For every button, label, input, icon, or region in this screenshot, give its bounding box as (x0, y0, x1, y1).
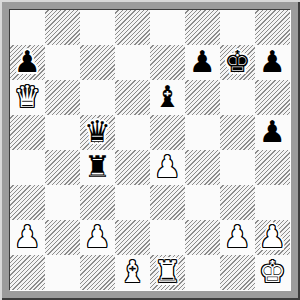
square-a5[interactable] (10, 115, 45, 150)
square-e2[interactable] (150, 220, 185, 255)
black-pawn-piece: ♟ (189, 47, 216, 77)
square-d1[interactable]: ♝ (115, 255, 150, 290)
black-pawn-piece: ♟ (14, 47, 41, 77)
square-h2[interactable]: ♟ (255, 220, 290, 255)
square-a4[interactable] (10, 150, 45, 185)
square-b8[interactable] (45, 10, 80, 45)
square-c4[interactable]: ♜ (80, 150, 115, 185)
square-g2[interactable]: ♟ (220, 220, 255, 255)
square-d7[interactable] (115, 45, 150, 80)
square-g6[interactable] (220, 80, 255, 115)
square-b6[interactable] (45, 80, 80, 115)
square-e4[interactable]: ♟ (150, 150, 185, 185)
chess-diagram: ♟♟♚♟♛♝♛♟♜♟♟♟♟♟♝♜♚ (0, 0, 300, 300)
white-bishop-piece: ♝ (119, 257, 146, 287)
square-d6[interactable] (115, 80, 150, 115)
square-f7[interactable]: ♟ (185, 45, 220, 80)
square-g4[interactable] (220, 150, 255, 185)
square-b3[interactable] (45, 185, 80, 220)
square-f6[interactable] (185, 80, 220, 115)
square-f4[interactable] (185, 150, 220, 185)
chess-board: ♟♟♚♟♛♝♛♟♜♟♟♟♟♟♝♜♚ (9, 9, 291, 291)
square-h8[interactable] (255, 10, 290, 45)
black-pawn-piece: ♟ (259, 117, 286, 147)
square-c6[interactable] (80, 80, 115, 115)
square-b2[interactable] (45, 220, 80, 255)
square-g1[interactable] (220, 255, 255, 290)
white-pawn-piece: ♟ (154, 152, 181, 182)
square-e7[interactable] (150, 45, 185, 80)
square-e1[interactable]: ♜ (150, 255, 185, 290)
white-pawn-piece: ♟ (84, 222, 111, 252)
square-c8[interactable] (80, 10, 115, 45)
square-h3[interactable] (255, 185, 290, 220)
black-pawn-piece: ♟ (259, 47, 286, 77)
square-f8[interactable] (185, 10, 220, 45)
square-b7[interactable] (45, 45, 80, 80)
square-d3[interactable] (115, 185, 150, 220)
white-king-piece: ♚ (259, 257, 286, 287)
board-frame: ♟♟♚♟♛♝♛♟♜♟♟♟♟♟♝♜♚ (0, 0, 300, 300)
square-d5[interactable] (115, 115, 150, 150)
white-pawn-piece: ♟ (224, 222, 251, 252)
square-c7[interactable] (80, 45, 115, 80)
square-a8[interactable] (10, 10, 45, 45)
square-e5[interactable] (150, 115, 185, 150)
black-bishop-piece: ♝ (154, 82, 181, 112)
square-g5[interactable] (220, 115, 255, 150)
square-b5[interactable] (45, 115, 80, 150)
square-a6[interactable]: ♛ (10, 80, 45, 115)
square-f5[interactable] (185, 115, 220, 150)
white-pawn-piece: ♟ (259, 222, 286, 252)
square-e6[interactable]: ♝ (150, 80, 185, 115)
square-a1[interactable] (10, 255, 45, 290)
square-h6[interactable] (255, 80, 290, 115)
square-a7[interactable]: ♟ (10, 45, 45, 80)
square-c5[interactable]: ♛ (80, 115, 115, 150)
square-h4[interactable] (255, 150, 290, 185)
black-queen-piece: ♛ (84, 117, 111, 147)
square-d8[interactable] (115, 10, 150, 45)
square-c1[interactable] (80, 255, 115, 290)
square-a3[interactable] (10, 185, 45, 220)
square-e3[interactable] (150, 185, 185, 220)
square-e8[interactable] (150, 10, 185, 45)
square-c2[interactable]: ♟ (80, 220, 115, 255)
square-f2[interactable] (185, 220, 220, 255)
square-d4[interactable] (115, 150, 150, 185)
white-pawn-piece: ♟ (14, 222, 41, 252)
square-c3[interactable] (80, 185, 115, 220)
square-f3[interactable] (185, 185, 220, 220)
square-h1[interactable]: ♚ (255, 255, 290, 290)
square-b1[interactable] (45, 255, 80, 290)
square-a2[interactable]: ♟ (10, 220, 45, 255)
square-h5[interactable]: ♟ (255, 115, 290, 150)
white-rook-piece: ♜ (154, 257, 181, 287)
white-queen-piece: ♛ (14, 82, 41, 112)
square-h7[interactable]: ♟ (255, 45, 290, 80)
square-f1[interactable] (185, 255, 220, 290)
square-d2[interactable] (115, 220, 150, 255)
black-rook-piece: ♜ (84, 152, 111, 182)
black-king-piece: ♚ (224, 47, 251, 77)
square-g3[interactable] (220, 185, 255, 220)
square-g8[interactable] (220, 10, 255, 45)
square-b4[interactable] (45, 150, 80, 185)
square-g7[interactable]: ♚ (220, 45, 255, 80)
